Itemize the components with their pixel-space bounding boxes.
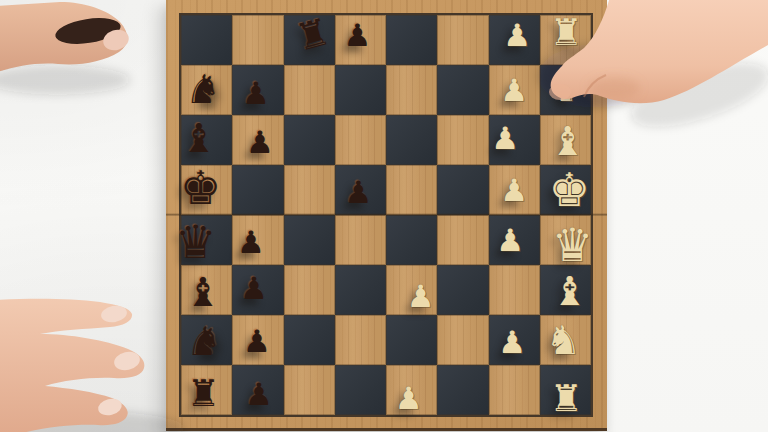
arm-shadow-on-table	[624, 50, 768, 140]
chess-board: ♜♟♞♟♝♟♚♟♛♟♝♟♞♟♜♟♟♜♟♞♟♝♟♚♟♛♟♝♟♞♟♜	[166, 0, 607, 431]
fingernail-2	[112, 349, 141, 372]
piece-white-pawn-h2[interactable]: ♟	[503, 20, 531, 51]
piece-black-pawn-c7[interactable]: ♟	[240, 273, 268, 304]
piece-white-bishop-f1[interactable]: ♝	[549, 121, 585, 161]
piece-white-pawn-b2[interactable]: ♟	[498, 327, 526, 358]
piece-black-pawn-g7[interactable]: ♟	[242, 78, 270, 109]
piece-black-bishop-c8[interactable]: ♝	[185, 272, 221, 312]
piece-black-pawn-d7[interactable]: ♟	[237, 227, 265, 258]
piece-white-pawn-e2[interactable]: ♟	[500, 175, 528, 206]
opponent-hand-bottom-left	[0, 299, 144, 432]
pieces-layer: ♜♟♞♟♝♟♚♟♛♟♝♟♞♟♜♟♟♜♟♞♟♝♟♚♟♛♟♝♟♞♟♜	[166, 0, 607, 431]
piece-white-pawn-g2[interactable]: ♟	[500, 75, 528, 106]
piece-black-king-e8[interactable]: ♚	[180, 165, 221, 211]
piece-black-rook-a8[interactable]: ♜	[187, 375, 220, 412]
piece-black-bishop-f8[interactable]: ♝	[181, 118, 217, 158]
piece-white-bishop-c1[interactable]: ♝	[551, 271, 587, 311]
piece-black-queen-d8[interactable]: ♛	[175, 219, 216, 265]
piece-black-rook-h6[interactable]: ♜	[292, 13, 334, 57]
piece-white-pawn-d2[interactable]: ♟	[496, 225, 524, 256]
piece-white-pawn-f2[interactable]: ♟	[491, 123, 519, 154]
piece-black-pawn-f7[interactable]: ♟	[246, 127, 274, 158]
curled-finger-gap	[54, 14, 123, 48]
piece-white-knight-b1[interactable]: ♞	[545, 320, 581, 360]
piece-white-pawn-c4[interactable]: ♟	[407, 281, 435, 312]
piece-white-pawn-a4[interactable]: ♟	[395, 383, 423, 414]
piece-white-king-e1[interactable]: ♚	[549, 167, 590, 213]
piece-black-pawn-b7[interactable]: ♟	[243, 326, 271, 357]
piece-black-pawn-e5[interactable]: ♟	[344, 177, 372, 208]
piece-white-queen-d1[interactable]: ♛	[552, 222, 593, 268]
fingernail-3	[96, 396, 123, 417]
topleft-hand-shadow	[0, 65, 130, 95]
piece-black-knight-g8[interactable]: ♞	[185, 69, 221, 109]
opponent-hand-top-left	[0, 2, 131, 73]
piece-white-rook-h1[interactable]: ♜	[550, 14, 583, 51]
photo-scene: ♜♟♞♟♝♟♚♟♛♟♝♟♞♟♜♟♟♜♟♞♟♝♟♚♟♛♟♝♟♞♟♜	[0, 0, 768, 432]
piece-white-rook-a1[interactable]: ♜	[550, 380, 583, 417]
bottomleft-hand-shadow	[0, 410, 185, 432]
piece-white-knight-g1[interactable]: ♞	[555, 81, 577, 105]
fingernail-1	[100, 304, 128, 324]
piece-black-knight-b8[interactable]: ♞	[186, 321, 222, 361]
piece-black-pawn-a7[interactable]: ♟	[245, 379, 273, 410]
thumbnail	[101, 26, 132, 53]
piece-black-pawn-h5[interactable]: ♟	[343, 20, 371, 51]
